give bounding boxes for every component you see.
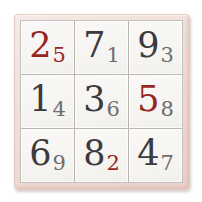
digit-pair: 6 9 xyxy=(29,136,66,171)
digit-pair: 2 5 xyxy=(29,28,66,63)
digit-pair: 8 2 xyxy=(83,136,120,171)
digit-pair: 3 6 xyxy=(83,82,120,117)
main-digit: 9 xyxy=(137,28,159,63)
main-digit: 8 xyxy=(83,136,105,171)
tile-r2c3[interactable]: 5 8 xyxy=(129,75,182,128)
main-digit: 7 xyxy=(83,28,105,63)
digit-pair: 7 1 xyxy=(83,28,120,63)
puzzle-screenshot: 2 5 7 1 9 3 1 4 3 6 xyxy=(0,0,202,202)
tile-r1c2[interactable]: 7 1 xyxy=(75,21,128,74)
sub-digit: 7 xyxy=(160,153,173,174)
sub-digit: 9 xyxy=(52,153,65,174)
digit-pair: 4 7 xyxy=(137,136,174,171)
main-digit: 2 xyxy=(29,28,51,63)
tile-r3c2[interactable]: 8 2 xyxy=(75,129,128,182)
sub-digit: 3 xyxy=(160,45,173,66)
tile-r3c3[interactable]: 4 7 xyxy=(129,129,182,182)
main-digit: 4 xyxy=(137,136,159,171)
sub-digit: 8 xyxy=(160,99,173,120)
sub-digit: 1 xyxy=(106,45,119,66)
main-digit: 3 xyxy=(83,82,105,117)
sub-digit: 4 xyxy=(52,99,65,120)
main-digit: 1 xyxy=(29,82,51,117)
digit-pair: 9 3 xyxy=(137,28,174,63)
tile-r1c3[interactable]: 9 3 xyxy=(129,21,182,74)
main-digit: 5 xyxy=(137,82,159,117)
sub-digit: 6 xyxy=(106,99,119,120)
tile-r3c1[interactable]: 6 9 xyxy=(21,129,74,182)
tile-r1c1[interactable]: 2 5 xyxy=(21,21,74,74)
sub-digit: 2 xyxy=(106,153,119,174)
main-digit: 6 xyxy=(29,136,51,171)
tile-r2c1[interactable]: 1 4 xyxy=(21,75,74,128)
digit-pair: 5 8 xyxy=(137,82,174,117)
tile-r2c2[interactable]: 3 6 xyxy=(75,75,128,128)
sub-digit: 5 xyxy=(52,45,65,66)
digit-pair: 1 4 xyxy=(29,82,66,117)
board-grid: 2 5 7 1 9 3 1 4 3 6 xyxy=(20,20,183,183)
